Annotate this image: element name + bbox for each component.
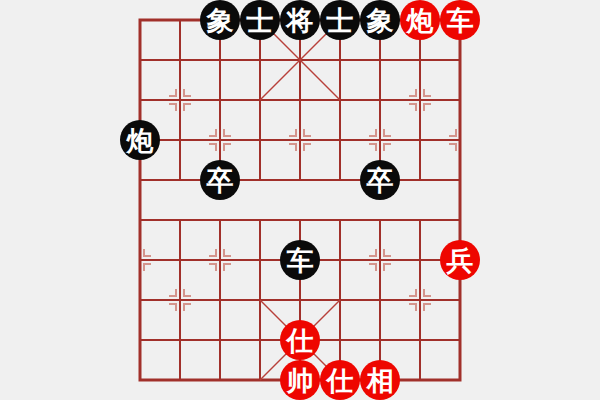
piece-black-advisor[interactable]: 士	[240, 0, 280, 40]
piece-black-elephant[interactable]: 象	[360, 0, 400, 40]
xiangqi-board[interactable]: 象士将士象炮车炮卒卒车兵仕帅仕相	[120, 0, 480, 400]
piece-black-cannon[interactable]: 炮	[120, 120, 160, 160]
piece-black-general[interactable]: 将	[280, 0, 320, 40]
piece-red-general[interactable]: 帅	[280, 360, 320, 400]
piece-red-elephant[interactable]: 相	[360, 360, 400, 400]
piece-black-chariot[interactable]: 车	[280, 240, 320, 280]
piece-red-soldier[interactable]: 兵	[440, 240, 480, 280]
piece-red-advisor[interactable]: 仕	[280, 320, 320, 360]
piece-black-advisor[interactable]: 士	[320, 0, 360, 40]
piece-red-advisor[interactable]: 仕	[320, 360, 360, 400]
xiangqi-app: 象士将士象炮车炮卒卒车兵仕帅仕相	[0, 0, 600, 400]
piece-red-cannon[interactable]: 炮	[400, 0, 440, 40]
piece-black-soldier[interactable]: 卒	[200, 160, 240, 200]
piece-black-elephant[interactable]: 象	[200, 0, 240, 40]
piece-red-chariot[interactable]: 车	[440, 0, 480, 40]
piece-black-soldier[interactable]: 卒	[360, 160, 400, 200]
